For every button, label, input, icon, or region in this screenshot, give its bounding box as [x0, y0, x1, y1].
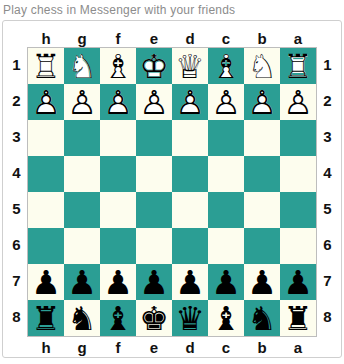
black-pawn-icon: ♟: [28, 264, 64, 300]
piece-fill-layer: ♜: [28, 300, 64, 337]
chess-board: hgfedcba 12345678 ♜♖♞♘♝♗♚♔♛♕♝♗♞♘♜♖♟♙♟♙♟♙…: [6, 21, 338, 357]
piece-fill-layer: ♟: [280, 264, 316, 301]
black-rook-icon: ♜: [28, 300, 64, 336]
white-pawn-icon: ♟♙: [172, 84, 208, 120]
piece-outline-layer: ♗: [208, 48, 244, 85]
rank-label-3-right: 3: [317, 119, 338, 155]
square-c1[interactable]: ♝♗: [208, 48, 244, 84]
file-label-h: h: [28, 31, 64, 46]
piece-fill-layer: ♝: [208, 300, 244, 337]
white-bishop-icon: ♝♗: [100, 48, 136, 84]
file-label-f: f: [100, 340, 136, 355]
square-f2[interactable]: ♟♙: [100, 84, 136, 120]
piece-fill-layer: ♟: [136, 264, 172, 301]
file-label-f: f: [100, 31, 136, 46]
square-f1[interactable]: ♝♗: [100, 48, 136, 84]
square-a6[interactable]: [280, 228, 316, 264]
white-rook-icon: ♜♖: [280, 48, 316, 84]
square-a4[interactable]: [280, 156, 316, 192]
square-h6[interactable]: [28, 228, 64, 264]
square-f4[interactable]: [100, 156, 136, 192]
black-pawn-icon: ♟: [244, 264, 280, 300]
file-label-c: c: [208, 31, 244, 46]
white-knight-icon: ♞♘: [244, 48, 280, 84]
square-h2[interactable]: ♟♙: [28, 84, 64, 120]
rank-label-6-right: 6: [317, 227, 338, 263]
piece-outline-layer: ♙: [172, 84, 208, 121]
piece-outline-layer: ♙: [136, 84, 172, 121]
black-pawn-icon: ♟: [136, 264, 172, 300]
piece-fill-layer: ♞: [64, 300, 100, 337]
piece-outline-layer: ♙: [64, 84, 100, 121]
black-pawn-icon: ♟: [172, 264, 208, 300]
square-a1[interactable]: ♜♖: [280, 48, 316, 84]
piece-fill-layer: ♟: [172, 264, 208, 301]
file-label-g: g: [64, 340, 100, 355]
white-pawn-icon: ♟♙: [280, 84, 316, 120]
square-e7[interactable]: ♟: [136, 264, 172, 300]
piece-outline-layer: ♖: [280, 48, 316, 85]
white-pawn-icon: ♟♙: [100, 84, 136, 120]
square-e8[interactable]: ♚: [136, 300, 172, 336]
square-g1[interactable]: ♞♘: [64, 48, 100, 84]
file-label-b: b: [244, 340, 280, 355]
rank-label-1-left: 1: [6, 47, 27, 83]
square-b1[interactable]: ♞♘: [244, 48, 280, 84]
white-knight-icon: ♞♘: [64, 48, 100, 84]
white-pawn-icon: ♟♙: [136, 84, 172, 120]
rank-label-5-left: 5: [6, 191, 27, 227]
piece-outline-layer: ♗: [100, 48, 136, 85]
square-e1[interactable]: ♚♔: [136, 48, 172, 84]
file-label-b: b: [244, 31, 280, 46]
square-d4[interactable]: [172, 156, 208, 192]
square-d5[interactable]: [172, 192, 208, 228]
white-pawn-icon: ♟♙: [244, 84, 280, 120]
file-label-h: h: [28, 340, 64, 355]
square-d3[interactable]: [172, 120, 208, 156]
piece-outline-layer: ♙: [100, 84, 136, 121]
square-h4[interactable]: [28, 156, 64, 192]
rank-label-5-right: 5: [317, 191, 338, 227]
piece-outline-layer: ♙: [280, 84, 316, 121]
square-g5[interactable]: [64, 192, 100, 228]
square-e5[interactable]: [136, 192, 172, 228]
white-pawn-icon: ♟♙: [28, 84, 64, 120]
square-f6[interactable]: [100, 228, 136, 264]
piece-outline-layer: ♙: [244, 84, 280, 121]
file-label-d: d: [172, 31, 208, 46]
black-king-icon: ♚: [136, 300, 172, 336]
piece-outline-layer: ♖: [28, 48, 64, 85]
square-g4[interactable]: [64, 156, 100, 192]
rank-labels-right: 12345678: [317, 47, 338, 337]
piece-fill-layer: ♝: [100, 300, 136, 337]
rank-label-6-left: 6: [6, 227, 27, 263]
black-pawn-icon: ♟: [208, 264, 244, 300]
piece-outline-layer: ♙: [208, 84, 244, 121]
black-knight-icon: ♞: [244, 300, 280, 336]
piece-fill-layer: ♟: [28, 264, 64, 301]
black-bishop-icon: ♝: [100, 300, 136, 336]
file-label-a: a: [280, 31, 316, 46]
white-queen-icon: ♛♕: [172, 48, 208, 84]
file-label-e: e: [136, 340, 172, 355]
piece-fill-layer: ♜: [280, 300, 316, 337]
square-h8[interactable]: ♜: [28, 300, 64, 336]
square-g3[interactable]: [64, 120, 100, 156]
square-b5[interactable]: [244, 192, 280, 228]
square-e6[interactable]: [136, 228, 172, 264]
square-d2[interactable]: ♟♙: [172, 84, 208, 120]
file-label-g: g: [64, 31, 100, 46]
piece-fill-layer: ♛: [172, 300, 208, 337]
piece-outline-layer: ♙: [28, 84, 64, 121]
square-d7[interactable]: ♟: [172, 264, 208, 300]
square-a7[interactable]: ♟: [280, 264, 316, 300]
square-c7[interactable]: ♟: [208, 264, 244, 300]
rank-label-7-left: 7: [6, 263, 27, 299]
square-f7[interactable]: ♟: [100, 264, 136, 300]
square-b7[interactable]: ♟: [244, 264, 280, 300]
page-title: Play chess in Messenger with your friend…: [0, 0, 344, 20]
piece-fill-layer: ♟: [208, 264, 244, 301]
square-c2[interactable]: ♟♙: [208, 84, 244, 120]
black-knight-icon: ♞: [64, 300, 100, 336]
black-bishop-icon: ♝: [208, 300, 244, 336]
square-a3[interactable]: [280, 120, 316, 156]
piece-fill-layer: ♚: [136, 300, 172, 337]
square-e4[interactable]: [136, 156, 172, 192]
square-h5[interactable]: [28, 192, 64, 228]
square-g8[interactable]: ♞: [64, 300, 100, 336]
piece-outline-layer: ♘: [244, 48, 280, 85]
square-e3[interactable]: [136, 120, 172, 156]
rank-label-8-left: 8: [6, 299, 27, 335]
square-d6[interactable]: [172, 228, 208, 264]
square-c6[interactable]: [208, 228, 244, 264]
square-a5[interactable]: [280, 192, 316, 228]
square-b6[interactable]: [244, 228, 280, 264]
rank-labels-left: 12345678: [6, 47, 27, 337]
rank-label-8-right: 8: [317, 299, 338, 335]
square-h3[interactable]: [28, 120, 64, 156]
square-c5[interactable]: [208, 192, 244, 228]
black-pawn-icon: ♟: [64, 264, 100, 300]
file-label-d: d: [172, 340, 208, 355]
square-b8[interactable]: ♞: [244, 300, 280, 336]
white-king-icon: ♚♔: [136, 48, 172, 84]
black-queen-icon: ♛: [172, 300, 208, 336]
rank-label-4-left: 4: [6, 155, 27, 191]
rank-label-1-right: 1: [317, 47, 338, 83]
chess-board-panel: hgfedcba 12345678 ♜♖♞♘♝♗♚♔♛♕♝♗♞♘♜♖♟♙♟♙♟♙…: [2, 20, 342, 358]
square-g6[interactable]: [64, 228, 100, 264]
file-label-e: e: [136, 31, 172, 46]
white-pawn-icon: ♟♙: [64, 84, 100, 120]
black-rook-icon: ♜: [280, 300, 316, 336]
rank-label-3-left: 3: [6, 119, 27, 155]
rank-label-7-right: 7: [317, 263, 338, 299]
piece-fill-layer: ♟: [100, 264, 136, 301]
square-a2[interactable]: ♟♙: [280, 84, 316, 120]
rank-label-2-right: 2: [317, 83, 338, 119]
square-f8[interactable]: ♝: [100, 300, 136, 336]
board-squares: ♜♖♞♘♝♗♚♔♛♕♝♗♞♘♜♖♟♙♟♙♟♙♟♙♟♙♟♙♟♙♟♙♟♟♟♟♟♟♟♟…: [27, 47, 317, 337]
piece-outline-layer: ♘: [64, 48, 100, 85]
rank-label-2-left: 2: [6, 83, 27, 119]
square-d8[interactable]: ♛: [172, 300, 208, 336]
white-rook-icon: ♜♖: [28, 48, 64, 84]
piece-fill-layer: ♟: [244, 264, 280, 301]
square-c3[interactable]: [208, 120, 244, 156]
piece-outline-layer: ♕: [172, 48, 208, 85]
piece-outline-layer: ♔: [136, 48, 172, 85]
square-a8[interactable]: ♜: [280, 300, 316, 336]
file-labels-top: hgfedcba: [28, 21, 338, 47]
square-h7[interactable]: ♟: [28, 264, 64, 300]
white-bishop-icon: ♝♗: [208, 48, 244, 84]
square-f5[interactable]: [100, 192, 136, 228]
square-e2[interactable]: ♟♙: [136, 84, 172, 120]
square-b4[interactable]: [244, 156, 280, 192]
square-d1[interactable]: ♛♕: [172, 48, 208, 84]
file-label-c: c: [208, 340, 244, 355]
square-c8[interactable]: ♝: [208, 300, 244, 336]
rank-label-4-right: 4: [317, 155, 338, 191]
square-f3[interactable]: [100, 120, 136, 156]
square-g2[interactable]: ♟♙: [64, 84, 100, 120]
file-label-a: a: [280, 340, 316, 355]
square-g7[interactable]: ♟: [64, 264, 100, 300]
file-labels-bottom: hgfedcba: [28, 337, 338, 357]
piece-fill-layer: ♟: [64, 264, 100, 301]
black-pawn-icon: ♟: [100, 264, 136, 300]
black-pawn-icon: ♟: [280, 264, 316, 300]
white-pawn-icon: ♟♙: [208, 84, 244, 120]
square-c4[interactable]: [208, 156, 244, 192]
square-h1[interactable]: ♜♖: [28, 48, 64, 84]
square-b2[interactable]: ♟♙: [244, 84, 280, 120]
piece-fill-layer: ♞: [244, 300, 280, 337]
square-b3[interactable]: [244, 120, 280, 156]
